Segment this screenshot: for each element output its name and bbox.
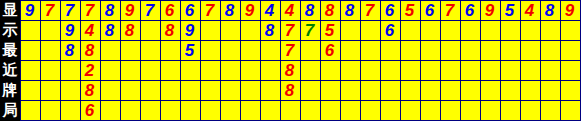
- cell-r2c20: [401, 21, 421, 41]
- cell-r3c1: [21, 41, 41, 61]
- cell-r6c16: [321, 101, 341, 121]
- cell-r6c25: [501, 101, 521, 121]
- cell-r1c24: 9: [481, 1, 501, 21]
- cell-r5c15: [301, 81, 321, 101]
- cell-r2c18: [361, 21, 381, 41]
- cell-r4c26: [521, 61, 541, 81]
- cell-r4c2: [41, 61, 61, 81]
- cell-r5c20: [401, 81, 421, 101]
- cell-r6c3: [61, 101, 81, 121]
- cell-r2c25: [501, 21, 521, 41]
- cell-r5c13: [261, 81, 281, 101]
- cell-r6c21: [421, 101, 441, 121]
- cell-r5c23: [461, 81, 481, 101]
- cell-r4c10: [201, 61, 221, 81]
- cell-r5c11: [221, 81, 241, 101]
- board-title-char-1: 显: [3, 0, 18, 20]
- cell-r4c4: 2: [81, 61, 101, 81]
- cell-r2c24: [481, 21, 501, 41]
- cell-r3c18: [361, 41, 381, 61]
- cell-r3c25: [501, 41, 521, 61]
- cell-r3c9: 5: [181, 41, 201, 61]
- cell-r2c23: [461, 21, 481, 41]
- cell-r1c27: 8: [541, 1, 561, 21]
- cell-r4c18: [361, 61, 381, 81]
- cell-r6c20: [401, 101, 421, 121]
- cell-r2c12: [241, 21, 261, 41]
- recent-games-board: 显示最近牌局 977789766789448887656769548994888…: [0, 0, 581, 121]
- cell-r1c2: 7: [41, 1, 61, 21]
- cell-r2c3: 9: [61, 21, 81, 41]
- cell-r3c23: [461, 41, 481, 61]
- cell-r5c1: [21, 81, 41, 101]
- cell-r3c2: [41, 41, 61, 61]
- cell-r1c3: 7: [61, 1, 81, 21]
- cell-r4c27: [541, 61, 561, 81]
- cell-r1c13: 4: [261, 1, 281, 21]
- cell-r6c22: [441, 101, 461, 121]
- cell-r3c14: 7: [281, 41, 301, 61]
- cell-r2c16: 5: [321, 21, 341, 41]
- cell-r2c9: 9: [181, 21, 201, 41]
- cell-r6c19: [381, 101, 401, 121]
- cell-r2c15: 7: [301, 21, 321, 41]
- cell-r6c1: [21, 101, 41, 121]
- cell-r6c23: [461, 101, 481, 121]
- cell-r6c5: [101, 101, 121, 121]
- cell-r3c10: [201, 41, 221, 61]
- cell-r1c25: 5: [501, 1, 521, 21]
- cell-r1c19: 6: [381, 1, 401, 21]
- cell-r1c26: 4: [521, 1, 541, 21]
- cell-r3c13: [261, 41, 281, 61]
- cell-r6c14: [281, 101, 301, 121]
- cell-r1c10: 7: [201, 1, 221, 21]
- cell-r3c27: [541, 41, 561, 61]
- cell-r3c16: 6: [321, 41, 341, 61]
- cell-r6c15: [301, 101, 321, 121]
- cell-r5c28: [561, 81, 581, 101]
- cell-r1c21: 6: [421, 1, 441, 21]
- cell-r1c6: 9: [121, 1, 141, 21]
- cell-r6c24: [481, 101, 501, 121]
- cell-r6c2: [41, 101, 61, 121]
- cell-r1c18: 7: [361, 1, 381, 21]
- cell-r3c5: [101, 41, 121, 61]
- cell-r4c5: [101, 61, 121, 81]
- cell-r5c9: [181, 81, 201, 101]
- cell-r1c20: 5: [401, 1, 421, 21]
- cell-r1c22: 7: [441, 1, 461, 21]
- cell-r1c23: 6: [461, 1, 481, 21]
- cell-r4c8: [161, 61, 181, 81]
- cell-r4c9: [181, 61, 201, 81]
- cell-r4c11: [221, 61, 241, 81]
- cell-r3c4: 8: [81, 41, 101, 61]
- cell-r2c2: [41, 21, 61, 41]
- cell-r2c8: 8: [161, 21, 181, 41]
- cell-r2c19: 6: [381, 21, 401, 41]
- cell-r5c17: [341, 81, 361, 101]
- cell-r1c28: 9: [561, 1, 581, 21]
- cell-r5c3: [61, 81, 81, 101]
- cell-r2c22: [441, 21, 461, 41]
- board-title: 显示最近牌局: [0, 0, 20, 121]
- cell-r4c13: [261, 61, 281, 81]
- cell-r6c6: [121, 101, 141, 121]
- cell-r4c21: [421, 61, 441, 81]
- cell-r4c14: 8: [281, 61, 301, 81]
- cell-r5c6: [121, 81, 141, 101]
- cell-r4c7: [141, 61, 161, 81]
- cell-r2c11: [221, 21, 241, 41]
- cell-r3c6: [121, 41, 141, 61]
- cell-r5c4: 8: [81, 81, 101, 101]
- cell-r5c21: [421, 81, 441, 101]
- board-title-char-5: 牌: [3, 80, 18, 100]
- cell-r5c14: 8: [281, 81, 301, 101]
- cell-r6c13: [261, 101, 281, 121]
- cell-r4c19: [381, 61, 401, 81]
- cell-r5c26: [521, 81, 541, 101]
- cell-r4c25: [501, 61, 521, 81]
- number-grid: 9777897667894488876567695489948889877568…: [20, 0, 581, 121]
- cell-r2c7: [141, 21, 161, 41]
- cell-r1c14: 4: [281, 1, 301, 21]
- cell-r6c9: [181, 101, 201, 121]
- cell-r6c18: [361, 101, 381, 121]
- board-title-char-3: 最: [3, 40, 18, 60]
- cell-r4c23: [461, 61, 481, 81]
- cell-r6c4: 6: [81, 101, 101, 121]
- cell-r2c17: [341, 21, 361, 41]
- cell-r3c20: [401, 41, 421, 61]
- cell-r4c3: [61, 61, 81, 81]
- cell-r5c19: [381, 81, 401, 101]
- cell-r6c11: [221, 101, 241, 121]
- board-title-char-4: 近: [3, 60, 18, 80]
- cell-r5c27: [541, 81, 561, 101]
- cell-r5c2: [41, 81, 61, 101]
- cell-r4c22: [441, 61, 461, 81]
- cell-r5c12: [241, 81, 261, 101]
- cell-r1c17: 8: [341, 1, 361, 21]
- cell-r5c8: [161, 81, 181, 101]
- cell-r2c27: [541, 21, 561, 41]
- board-title-char-6: 局: [3, 100, 18, 120]
- cell-r1c8: 6: [161, 1, 181, 21]
- cell-r3c26: [521, 41, 541, 61]
- board-title-char-2: 示: [3, 20, 18, 40]
- cell-r6c27: [541, 101, 561, 121]
- cell-r2c4: 4: [81, 21, 101, 41]
- cell-r3c7: [141, 41, 161, 61]
- cell-r1c15: 8: [301, 1, 321, 21]
- cell-r2c28: [561, 21, 581, 41]
- cell-r4c24: [481, 61, 501, 81]
- cell-r6c8: [161, 101, 181, 121]
- cell-r4c16: [321, 61, 341, 81]
- cell-r2c21: [421, 21, 441, 41]
- cell-r5c16: [321, 81, 341, 101]
- cell-r1c1: 9: [21, 1, 41, 21]
- cell-r6c7: [141, 101, 161, 121]
- cell-r6c12: [241, 101, 261, 121]
- cell-r6c10: [201, 101, 221, 121]
- cell-r6c28: [561, 101, 581, 121]
- cell-r3c24: [481, 41, 501, 61]
- cell-r4c15: [301, 61, 321, 81]
- cell-r3c11: [221, 41, 241, 61]
- cell-r2c13: 8: [261, 21, 281, 41]
- cell-r1c11: 8: [221, 1, 241, 21]
- cell-r5c22: [441, 81, 461, 101]
- cell-r5c5: [101, 81, 121, 101]
- cell-r4c28: [561, 61, 581, 81]
- cell-r3c21: [421, 41, 441, 61]
- cell-r2c10: [201, 21, 221, 41]
- cell-r4c12: [241, 61, 261, 81]
- cell-r3c22: [441, 41, 461, 61]
- cell-r3c19: [381, 41, 401, 61]
- cell-r3c17: [341, 41, 361, 61]
- cell-r3c3: 8: [61, 41, 81, 61]
- cell-r2c5: 8: [101, 21, 121, 41]
- cell-r1c4: 7: [81, 1, 101, 21]
- cell-r4c6: [121, 61, 141, 81]
- cell-r2c26: [521, 21, 541, 41]
- cell-r1c16: 8: [321, 1, 341, 21]
- cell-r6c17: [341, 101, 361, 121]
- cell-r3c15: [301, 41, 321, 61]
- cell-r3c8: [161, 41, 181, 61]
- cell-r5c10: [201, 81, 221, 101]
- cell-r5c18: [361, 81, 381, 101]
- cell-r1c12: 9: [241, 1, 261, 21]
- cell-r1c5: 8: [101, 1, 121, 21]
- cell-r2c14: 7: [281, 21, 301, 41]
- cell-r4c1: [21, 61, 41, 81]
- cell-r5c25: [501, 81, 521, 101]
- cell-r2c1: [21, 21, 41, 41]
- cell-r3c28: [561, 41, 581, 61]
- cell-r6c26: [521, 101, 541, 121]
- cell-r4c17: [341, 61, 361, 81]
- cell-r1c7: 7: [141, 1, 161, 21]
- cell-r4c20: [401, 61, 421, 81]
- cell-r5c24: [481, 81, 501, 101]
- cell-r2c6: 8: [121, 21, 141, 41]
- cell-r5c7: [141, 81, 161, 101]
- cell-r1c9: 6: [181, 1, 201, 21]
- cell-r3c12: [241, 41, 261, 61]
